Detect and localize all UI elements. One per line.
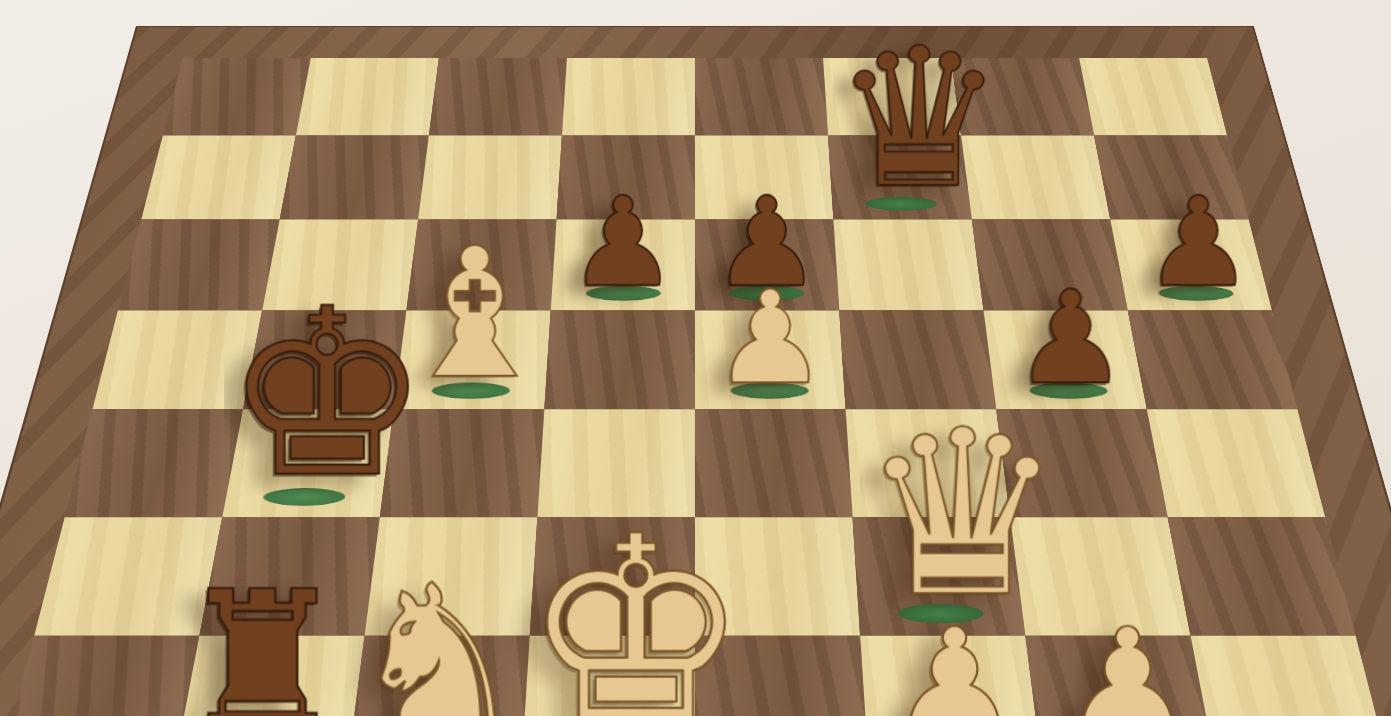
piece-white-pawn-e5[interactable]: ♟ (695, 274, 845, 403)
square-c7[interactable] (418, 136, 562, 220)
square-a2[interactable] (1, 636, 200, 716)
square-d8[interactable] (562, 58, 695, 136)
piece-black-pawn-h6[interactable]: ♟ (1127, 181, 1271, 304)
piece-white-queen-f3[interactable]: ♛ (860, 400, 1025, 629)
chess-board: ♛♟♟♟♝♟♟♚♛♜♞♚♟♟ (0, 26, 1391, 716)
piece-white-pawn-g2[interactable]: ♟ (1041, 610, 1214, 716)
piece-black-king-b4[interactable]: ♚ (224, 280, 381, 511)
piece-white-king-d2[interactable]: ♚ (522, 504, 695, 716)
piece-white-knight-c2[interactable]: ♞ (349, 559, 522, 716)
square-h5[interactable] (1128, 310, 1298, 409)
square-h8[interactable] (1079, 58, 1227, 136)
piece-black-queen-f7[interactable]: ♛ (833, 22, 971, 214)
square-b8[interactable] (296, 58, 439, 136)
square-e8[interactable] (695, 58, 828, 136)
square-a7[interactable] (141, 136, 296, 220)
square-c8[interactable] (429, 58, 567, 136)
square-b7[interactable] (280, 136, 429, 220)
chessboard-photo-scene: ♛♟♟♟♝♟♟♚♛♜♞♚♟♟ (0, 0, 1391, 716)
piece-black-pawn-d6[interactable]: ♟ (551, 181, 695, 304)
piece-black-rook-b2[interactable]: ♜ (176, 566, 349, 716)
piece-white-pawn-f2[interactable]: ♟ (868, 610, 1041, 716)
square-a8[interactable] (163, 58, 311, 136)
square-d5[interactable] (544, 310, 695, 409)
